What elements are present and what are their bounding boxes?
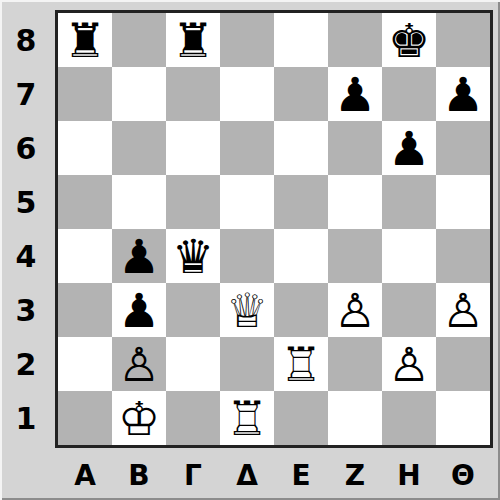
file-label-a: Α (58, 452, 112, 498)
square-h2[interactable] (436, 337, 490, 391)
square-a6[interactable] (58, 121, 112, 175)
piece-black-king[interactable]: ♚ (388, 17, 430, 64)
square-f1[interactable] (328, 391, 382, 445)
square-e4[interactable] (274, 229, 328, 283)
square-e1[interactable] (274, 391, 328, 445)
square-g5[interactable] (382, 175, 436, 229)
file-labels: ΑΒΓΔΕΖΗΘ (58, 452, 490, 498)
chess-board: ♜♜♚♟♟♟♟♛♟♕♙♙♙♖♙♔♖ (55, 10, 493, 448)
square-c8[interactable]: ♜ (166, 13, 220, 67)
square-e2[interactable]: ♖ (274, 337, 328, 391)
square-d3[interactable]: ♕ (220, 283, 274, 337)
piece-white-pawn[interactable]: ♙ (442, 287, 484, 334)
square-d7[interactable] (220, 67, 274, 121)
square-h3[interactable]: ♙ (436, 283, 490, 337)
file-label-h: Θ (436, 452, 490, 498)
square-f2[interactable] (328, 337, 382, 391)
square-f8[interactable] (328, 13, 382, 67)
rank-label-4: 4 (0, 229, 52, 283)
file-label-b: Β (112, 452, 166, 498)
square-g7[interactable] (382, 67, 436, 121)
piece-white-rook[interactable]: ♖ (226, 395, 268, 442)
square-e8[interactable] (274, 13, 328, 67)
piece-black-rook[interactable]: ♜ (172, 17, 214, 64)
rank-label-6: 6 (0, 121, 52, 175)
square-d6[interactable] (220, 121, 274, 175)
square-a2[interactable] (58, 337, 112, 391)
piece-white-pawn[interactable]: ♙ (388, 341, 430, 388)
file-label-f: Ζ (328, 452, 382, 498)
piece-black-pawn[interactable]: ♟ (334, 71, 376, 118)
rank-labels: 87654321 (0, 13, 52, 445)
square-h4[interactable] (436, 229, 490, 283)
square-f4[interactable] (328, 229, 382, 283)
piece-white-pawn[interactable]: ♙ (334, 287, 376, 334)
piece-white-rook[interactable]: ♖ (280, 341, 322, 388)
piece-black-rook[interactable]: ♜ (64, 17, 106, 64)
square-a8[interactable]: ♜ (58, 13, 112, 67)
rank-label-1: 1 (0, 391, 52, 445)
square-b5[interactable] (112, 175, 166, 229)
square-h1[interactable] (436, 391, 490, 445)
square-f7[interactable]: ♟ (328, 67, 382, 121)
square-c7[interactable] (166, 67, 220, 121)
piece-black-pawn[interactable]: ♟ (442, 71, 484, 118)
piece-black-pawn[interactable]: ♟ (388, 125, 430, 172)
square-d2[interactable] (220, 337, 274, 391)
square-b3[interactable]: ♟ (112, 283, 166, 337)
square-b7[interactable] (112, 67, 166, 121)
square-g1[interactable] (382, 391, 436, 445)
square-e3[interactable] (274, 283, 328, 337)
piece-white-king[interactable]: ♔ (118, 395, 160, 442)
piece-white-pawn[interactable]: ♙ (118, 341, 160, 388)
square-a3[interactable] (58, 283, 112, 337)
square-b4[interactable]: ♟ (112, 229, 166, 283)
square-a5[interactable] (58, 175, 112, 229)
square-d5[interactable] (220, 175, 274, 229)
square-d4[interactable] (220, 229, 274, 283)
square-g3[interactable] (382, 283, 436, 337)
square-g4[interactable] (382, 229, 436, 283)
square-b1[interactable]: ♔ (112, 391, 166, 445)
chess-diagram: 87654321 ♜♜♚♟♟♟♟♛♟♕♙♙♙♖♙♔♖ ΑΒΓΔΕΖΗΘ (0, 0, 500, 500)
square-c5[interactable] (166, 175, 220, 229)
piece-black-queen[interactable]: ♛ (172, 233, 214, 280)
rank-label-2: 2 (0, 337, 52, 391)
piece-black-pawn[interactable]: ♟ (118, 233, 160, 280)
rank-label-8: 8 (0, 13, 52, 67)
square-e5[interactable] (274, 175, 328, 229)
square-d1[interactable]: ♖ (220, 391, 274, 445)
square-b2[interactable]: ♙ (112, 337, 166, 391)
square-e6[interactable] (274, 121, 328, 175)
square-c3[interactable] (166, 283, 220, 337)
square-e7[interactable] (274, 67, 328, 121)
square-h8[interactable] (436, 13, 490, 67)
file-label-d: Δ (220, 452, 274, 498)
square-h5[interactable] (436, 175, 490, 229)
square-f6[interactable] (328, 121, 382, 175)
rank-label-7: 7 (0, 67, 52, 121)
square-b6[interactable] (112, 121, 166, 175)
piece-black-pawn[interactable]: ♟ (118, 287, 160, 334)
square-h7[interactable]: ♟ (436, 67, 490, 121)
rank-label-3: 3 (0, 283, 52, 337)
square-g8[interactable]: ♚ (382, 13, 436, 67)
piece-white-queen[interactable]: ♕ (226, 287, 268, 334)
square-c2[interactable] (166, 337, 220, 391)
square-b8[interactable] (112, 13, 166, 67)
square-d8[interactable] (220, 13, 274, 67)
square-c4[interactable]: ♛ (166, 229, 220, 283)
square-g2[interactable]: ♙ (382, 337, 436, 391)
square-g6[interactable]: ♟ (382, 121, 436, 175)
file-label-e: Ε (274, 452, 328, 498)
square-a7[interactable] (58, 67, 112, 121)
square-f3[interactable]: ♙ (328, 283, 382, 337)
square-c1[interactable] (166, 391, 220, 445)
square-c6[interactable] (166, 121, 220, 175)
square-a1[interactable] (58, 391, 112, 445)
file-label-g: Η (382, 452, 436, 498)
square-h6[interactable] (436, 121, 490, 175)
square-f5[interactable] (328, 175, 382, 229)
rank-label-5: 5 (0, 175, 52, 229)
file-label-c: Γ (166, 452, 220, 498)
square-a4[interactable] (58, 229, 112, 283)
